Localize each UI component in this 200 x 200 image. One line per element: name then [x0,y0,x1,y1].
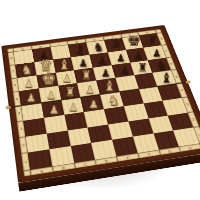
piece-black-pawn: ♟ [97,56,106,65]
piece-black-pawn: ♟ [116,54,125,63]
piece-black-rook: ♜ [147,36,157,46]
chess-board: ABCDEFGH8♟♝♞♛♚♜87♞♛♝♟♟♟♟♟76♟♚♟♜♟♟♜♞65♟♟♜… [1,25,200,183]
piece-white-pawn: ♟ [63,74,73,84]
piece-white-rook: ♜ [65,87,76,98]
piece-white-pawn: ♟ [69,102,79,112]
square-f8: ♛ [104,38,126,52]
square-a7: ♞ [15,62,36,78]
product-photo-scene: ABCDEFGH8♟♝♞♛♚♜87♞♛♝♟♟♟♟♟76♟♚♟♜♟♟♜♞65♟♟♜… [0,0,200,200]
square-a2 [25,133,49,153]
piece-white-pawn: ♟ [24,80,34,90]
square-d4: ♟ [81,95,104,112]
hinge-peg-left [6,106,11,110]
piece-black-pawn: ♟ [79,59,88,68]
piece-white-pawn: ♟ [46,91,56,101]
piece-white-king: ♚ [41,72,56,87]
square-g8: ♚ [122,36,144,50]
square-h5: ♝ [153,70,177,86]
square-e4: ♞ [100,92,124,109]
file-label: A [30,167,53,176]
piece-black-king: ♚ [127,34,141,48]
piece-white-knight: ♞ [21,64,32,75]
piece-white-knight: ♞ [108,95,120,107]
piece-black-pawn: ♟ [134,51,143,60]
piece-white-pawn: ♟ [26,94,36,104]
square-e3 [104,106,128,124]
piece-white-pawn: ♟ [49,105,59,115]
piece-white-pawn: ♟ [89,100,99,110]
square-b6: ♚ [36,73,58,89]
square-c3 [64,112,88,130]
piece-black-bishop: ♝ [74,43,86,55]
square-c5: ♜ [58,83,81,100]
piece-black-rook: ♜ [138,63,148,73]
piece-black-bishop: ♝ [160,72,172,84]
piece-black-pawn: ♟ [120,66,130,76]
piece-white-rook: ♜ [81,71,92,82]
rank-label: 4 [176,83,187,98]
square-a6: ♟ [17,75,39,91]
rank-label: 3 [182,97,194,112]
square-h3 [162,98,187,116]
piece-black-pawn: ♟ [152,49,161,58]
piece-black-knight: ♞ [93,42,104,53]
piece-white-bishop: ♝ [59,58,71,70]
piece-white-bishop: ♝ [103,80,116,93]
board-grid: ABCDEFGH8♟♝♞♛♚♜87♞♛♝♟♟♟♟♟76♟♚♟♜♟♟♜♞65♟♟♜… [7,29,200,176]
piece-white-pawn: ♟ [85,85,95,95]
piece-black-queen: ♛ [110,37,123,50]
file-label: F [138,150,161,158]
rank-label: 4 [15,106,23,122]
